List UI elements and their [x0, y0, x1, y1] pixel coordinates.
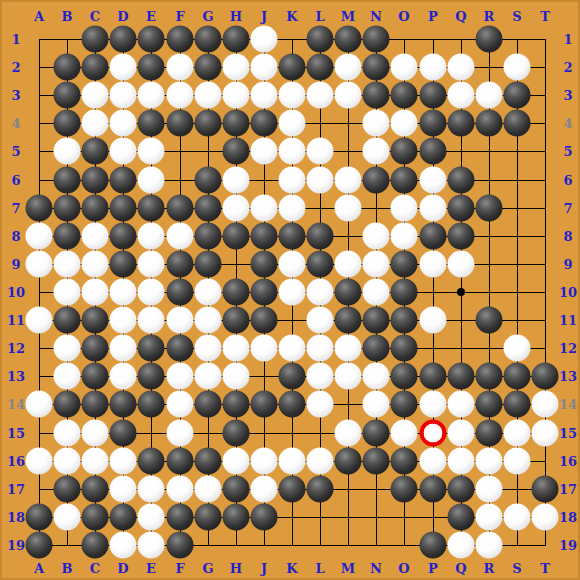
white-stone-N13[interactable]: [363, 363, 390, 390]
black-stone-R4[interactable]: [476, 110, 503, 137]
black-stone-O6[interactable]: [391, 167, 418, 194]
black-stone-M10[interactable]: [335, 279, 362, 306]
white-stone-L14[interactable]: [307, 391, 334, 418]
black-stone-G7[interactable]: [195, 195, 222, 222]
column-label-bottom-F: F: [175, 562, 184, 575]
white-stone-P7[interactable]: [420, 195, 447, 222]
black-stone-N12[interactable]: [363, 335, 390, 362]
black-stone-H10[interactable]: [223, 279, 250, 306]
column-label-top-Q: Q: [455, 10, 466, 23]
black-stone-B6[interactable]: [54, 167, 81, 194]
white-stone-A11[interactable]: [26, 307, 53, 334]
black-stone-B4[interactable]: [54, 110, 81, 137]
row-label-right-16: 16: [559, 455, 577, 468]
black-stone-G14[interactable]: [195, 391, 222, 418]
black-stone-A19[interactable]: [26, 532, 53, 559]
white-stone-M2[interactable]: [335, 54, 362, 81]
black-stone-G6[interactable]: [195, 167, 222, 194]
black-stone-B17[interactable]: [54, 476, 81, 503]
white-stone-P9[interactable]: [420, 251, 447, 278]
row-label-left-18: 18: [7, 511, 25, 524]
white-stone-K5[interactable]: [279, 138, 306, 165]
black-stone-K17[interactable]: [279, 476, 306, 503]
black-stone-G18[interactable]: [195, 504, 222, 531]
white-stone-O15[interactable]: [391, 420, 418, 447]
black-stone-F9[interactable]: [167, 251, 194, 278]
black-stone-J9[interactable]: [251, 251, 278, 278]
row-label-left-14: 14: [7, 398, 25, 411]
white-stone-L10[interactable]: [307, 279, 334, 306]
white-stone-Q19[interactable]: [448, 532, 475, 559]
black-stone-H4[interactable]: [223, 110, 250, 137]
black-stone-N2[interactable]: [363, 54, 390, 81]
black-stone-B11[interactable]: [54, 307, 81, 334]
black-stone-O16[interactable]: [391, 448, 418, 475]
white-stone-R3[interactable]: [476, 82, 503, 109]
black-stone-P19[interactable]: [420, 532, 447, 559]
black-stone-G4[interactable]: [195, 110, 222, 137]
row-label-right-9: 9: [563, 258, 572, 271]
black-stone-D1[interactable]: [110, 26, 137, 53]
black-stone-D8[interactable]: [110, 223, 137, 250]
white-stone-J16[interactable]: [251, 448, 278, 475]
white-stone-C3[interactable]: [82, 82, 109, 109]
black-stone-M11[interactable]: [335, 307, 362, 334]
white-stone-E17[interactable]: [138, 476, 165, 503]
black-stone-P5[interactable]: [420, 138, 447, 165]
black-stone-C5[interactable]: [82, 138, 109, 165]
black-stone-E12[interactable]: [138, 335, 165, 362]
black-stone-J18[interactable]: [251, 504, 278, 531]
black-stone-S13[interactable]: [504, 363, 531, 390]
black-stone-R15[interactable]: [476, 420, 503, 447]
white-stone-C8[interactable]: [82, 223, 109, 250]
white-stone-N10[interactable]: [363, 279, 390, 306]
black-stone-O13[interactable]: [391, 363, 418, 390]
row-label-right-8: 8: [563, 230, 572, 243]
white-stone-J12[interactable]: [251, 335, 278, 362]
white-stone-L12[interactable]: [307, 335, 334, 362]
black-stone-B14[interactable]: [54, 391, 81, 418]
white-stone-M15[interactable]: [335, 420, 362, 447]
black-stone-H11[interactable]: [223, 307, 250, 334]
white-stone-H16[interactable]: [223, 448, 250, 475]
white-stone-K9[interactable]: [279, 251, 306, 278]
black-stone-J8[interactable]: [251, 223, 278, 250]
black-stone-N1[interactable]: [363, 26, 390, 53]
black-stone-T13[interactable]: [532, 363, 559, 390]
white-stone-P16[interactable]: [420, 448, 447, 475]
white-stone-M6[interactable]: [335, 167, 362, 194]
black-stone-D14[interactable]: [110, 391, 137, 418]
black-stone-P17[interactable]: [420, 476, 447, 503]
black-stone-G8[interactable]: [195, 223, 222, 250]
white-stone-F2[interactable]: [167, 54, 194, 81]
white-stone-R18[interactable]: [476, 504, 503, 531]
black-stone-O5[interactable]: [391, 138, 418, 165]
row-label-left-4: 4: [11, 117, 20, 130]
black-stone-J14[interactable]: [251, 391, 278, 418]
black-stone-E14[interactable]: [138, 391, 165, 418]
row-label-right-2: 2: [563, 61, 572, 74]
white-stone-D11[interactable]: [110, 307, 137, 334]
white-stone-H6[interactable]: [223, 167, 250, 194]
white-stone-A16[interactable]: [26, 448, 53, 475]
white-stone-B10[interactable]: [54, 279, 81, 306]
white-stone-D13[interactable]: [110, 363, 137, 390]
white-stone-N4[interactable]: [363, 110, 390, 137]
white-stone-P2[interactable]: [420, 54, 447, 81]
black-stone-O17[interactable]: [391, 476, 418, 503]
white-stone-G3[interactable]: [195, 82, 222, 109]
white-stone-C4[interactable]: [82, 110, 109, 137]
black-stone-C12[interactable]: [82, 335, 109, 362]
white-stone-S15[interactable]: [504, 420, 531, 447]
white-stone-Q15[interactable]: [448, 420, 475, 447]
black-stone-Q18[interactable]: [448, 504, 475, 531]
white-stone-D3[interactable]: [110, 82, 137, 109]
black-stone-C17[interactable]: [82, 476, 109, 503]
white-stone-A8[interactable]: [26, 223, 53, 250]
black-stone-H18[interactable]: [223, 504, 250, 531]
white-stone-D2[interactable]: [110, 54, 137, 81]
black-stone-F7[interactable]: [167, 195, 194, 222]
white-stone-E11[interactable]: [138, 307, 165, 334]
black-stone-E2[interactable]: [138, 54, 165, 81]
black-stone-R1[interactable]: [476, 26, 503, 53]
white-stone-M13[interactable]: [335, 363, 362, 390]
black-stone-S4[interactable]: [504, 110, 531, 137]
black-stone-F12[interactable]: [167, 335, 194, 362]
white-stone-L3[interactable]: [307, 82, 334, 109]
row-label-left-6: 6: [11, 174, 20, 187]
black-stone-N6[interactable]: [363, 167, 390, 194]
white-stone-E6[interactable]: [138, 167, 165, 194]
white-stone-Q14[interactable]: [448, 391, 475, 418]
white-stone-A14[interactable]: [26, 391, 53, 418]
black-stone-A7[interactable]: [26, 195, 53, 222]
black-stone-L8[interactable]: [307, 223, 334, 250]
column-label-top-M: M: [341, 10, 355, 23]
black-stone-Q6[interactable]: [448, 167, 475, 194]
black-stone-G1[interactable]: [195, 26, 222, 53]
white-stone-F17[interactable]: [167, 476, 194, 503]
white-stone-M12[interactable]: [335, 335, 362, 362]
column-label-bottom-C: C: [90, 562, 100, 575]
white-stone-G12[interactable]: [195, 335, 222, 362]
white-stone-R17[interactable]: [476, 476, 503, 503]
white-stone-D16[interactable]: [110, 448, 137, 475]
white-stone-J5[interactable]: [251, 138, 278, 165]
white-stone-E9[interactable]: [138, 251, 165, 278]
white-stone-H3[interactable]: [223, 82, 250, 109]
row-label-left-5: 5: [11, 145, 20, 158]
white-stone-J17[interactable]: [251, 476, 278, 503]
black-stone-H14[interactable]: [223, 391, 250, 418]
black-stone-D7[interactable]: [110, 195, 137, 222]
column-label-bottom-G: G: [202, 562, 213, 575]
black-stone-L2[interactable]: [307, 54, 334, 81]
white-stone-B12[interactable]: [54, 335, 81, 362]
white-stone-P11[interactable]: [420, 307, 447, 334]
white-stone-F8[interactable]: [167, 223, 194, 250]
black-stone-O9[interactable]: [391, 251, 418, 278]
black-stone-H17[interactable]: [223, 476, 250, 503]
black-stone-B3[interactable]: [54, 82, 81, 109]
black-stone-P3[interactable]: [420, 82, 447, 109]
white-stone-D4[interactable]: [110, 110, 137, 137]
black-stone-F16[interactable]: [167, 448, 194, 475]
white-stone-D19[interactable]: [110, 532, 137, 559]
black-stone-E7[interactable]: [138, 195, 165, 222]
white-stone-O4[interactable]: [391, 110, 418, 137]
black-stone-C1[interactable]: [82, 26, 109, 53]
black-stone-N3[interactable]: [363, 82, 390, 109]
black-stone-E13[interactable]: [138, 363, 165, 390]
white-stone-C9[interactable]: [82, 251, 109, 278]
black-stone-P8[interactable]: [420, 223, 447, 250]
row-label-left-13: 13: [7, 370, 25, 383]
black-stone-L9[interactable]: [307, 251, 334, 278]
white-stone-B9[interactable]: [54, 251, 81, 278]
white-stone-F14[interactable]: [167, 391, 194, 418]
white-stone-D17[interactable]: [110, 476, 137, 503]
black-stone-S3[interactable]: [504, 82, 531, 109]
white-stone-B16[interactable]: [54, 448, 81, 475]
black-stone-N15[interactable]: [363, 420, 390, 447]
black-stone-F19[interactable]: [167, 532, 194, 559]
white-stone-M7[interactable]: [335, 195, 362, 222]
white-stone-B18[interactable]: [54, 504, 81, 531]
white-stone-L13[interactable]: [307, 363, 334, 390]
black-stone-D15[interactable]: [110, 420, 137, 447]
black-stone-Q17[interactable]: [448, 476, 475, 503]
white-stone-K6[interactable]: [279, 167, 306, 194]
column-label-bottom-R: R: [484, 562, 495, 575]
black-stone-C13[interactable]: [82, 363, 109, 390]
black-stone-T17[interactable]: [532, 476, 559, 503]
black-stone-P4[interactable]: [420, 110, 447, 137]
black-stone-B2[interactable]: [54, 54, 81, 81]
last-move-white-stone-P15[interactable]: [420, 420, 447, 447]
white-stone-G10[interactable]: [195, 279, 222, 306]
white-stone-M9[interactable]: [335, 251, 362, 278]
white-stone-H7[interactable]: [223, 195, 250, 222]
black-stone-G16[interactable]: [195, 448, 222, 475]
black-stone-B7[interactable]: [54, 195, 81, 222]
white-stone-S12[interactable]: [504, 335, 531, 362]
white-stone-O2[interactable]: [391, 54, 418, 81]
white-stone-G17[interactable]: [195, 476, 222, 503]
column-label-top-R: R: [484, 10, 495, 23]
white-stone-N5[interactable]: [363, 138, 390, 165]
go-board[interactable]: AABBCCDDEEFFGGHHJJKKLLMMNNOOPPQQRRSSTT11…: [0, 0, 580, 580]
white-stone-G13[interactable]: [195, 363, 222, 390]
black-stone-C2[interactable]: [82, 54, 109, 81]
white-stone-C15[interactable]: [82, 420, 109, 447]
black-stone-J4[interactable]: [251, 110, 278, 137]
white-stone-Q9[interactable]: [448, 251, 475, 278]
black-stone-S14[interactable]: [504, 391, 531, 418]
white-stone-H12[interactable]: [223, 335, 250, 362]
black-stone-D9[interactable]: [110, 251, 137, 278]
black-stone-C18[interactable]: [82, 504, 109, 531]
white-stone-P6[interactable]: [420, 167, 447, 194]
black-stone-N11[interactable]: [363, 307, 390, 334]
white-stone-O7[interactable]: [391, 195, 418, 222]
column-label-top-P: P: [428, 10, 438, 23]
black-stone-Q8[interactable]: [448, 223, 475, 250]
black-stone-Q4[interactable]: [448, 110, 475, 137]
black-stone-E1[interactable]: [138, 26, 165, 53]
column-label-bottom-N: N: [370, 562, 382, 575]
white-stone-J3[interactable]: [251, 82, 278, 109]
white-stone-N8[interactable]: [363, 223, 390, 250]
black-stone-B8[interactable]: [54, 223, 81, 250]
white-stone-H2[interactable]: [223, 54, 250, 81]
white-stone-D5[interactable]: [110, 138, 137, 165]
white-stone-D12[interactable]: [110, 335, 137, 362]
white-stone-T14[interactable]: [532, 391, 559, 418]
black-stone-R13[interactable]: [476, 363, 503, 390]
white-stone-E18[interactable]: [138, 504, 165, 531]
black-stone-K8[interactable]: [279, 223, 306, 250]
black-stone-J11[interactable]: [251, 307, 278, 334]
white-stone-Q16[interactable]: [448, 448, 475, 475]
black-stone-K14[interactable]: [279, 391, 306, 418]
black-stone-R7[interactable]: [476, 195, 503, 222]
white-stone-K12[interactable]: [279, 335, 306, 362]
white-stone-J2[interactable]: [251, 54, 278, 81]
black-stone-M1[interactable]: [335, 26, 362, 53]
black-stone-D18[interactable]: [110, 504, 137, 531]
white-stone-L16[interactable]: [307, 448, 334, 475]
black-stone-G2[interactable]: [195, 54, 222, 81]
white-stone-Q2[interactable]: [448, 54, 475, 81]
black-stone-F4[interactable]: [167, 110, 194, 137]
white-stone-J1[interactable]: [251, 26, 278, 53]
black-stone-J10[interactable]: [251, 279, 278, 306]
white-stone-K10[interactable]: [279, 279, 306, 306]
white-stone-M3[interactable]: [335, 82, 362, 109]
black-stone-A18[interactable]: [26, 504, 53, 531]
row-label-left-9: 9: [11, 258, 20, 271]
black-stone-O12[interactable]: [391, 335, 418, 362]
white-stone-S2[interactable]: [504, 54, 531, 81]
white-stone-H13[interactable]: [223, 363, 250, 390]
row-label-right-14: 14: [559, 398, 577, 411]
black-stone-L17[interactable]: [307, 476, 334, 503]
white-stone-E19[interactable]: [138, 532, 165, 559]
white-stone-N9[interactable]: [363, 251, 390, 278]
black-stone-D6[interactable]: [110, 167, 137, 194]
black-stone-R14[interactable]: [476, 391, 503, 418]
white-stone-K16[interactable]: [279, 448, 306, 475]
white-stone-G11[interactable]: [195, 307, 222, 334]
black-stone-H15[interactable]: [223, 420, 250, 447]
black-stone-F1[interactable]: [167, 26, 194, 53]
white-stone-C16[interactable]: [82, 448, 109, 475]
row-label-left-19: 19: [7, 539, 25, 552]
white-stone-F11[interactable]: [167, 307, 194, 334]
black-stone-M16[interactable]: [335, 448, 362, 475]
black-stone-L1[interactable]: [307, 26, 334, 53]
black-stone-O10[interactable]: [391, 279, 418, 306]
white-stone-B13[interactable]: [54, 363, 81, 390]
black-stone-K2[interactable]: [279, 54, 306, 81]
black-stone-O3[interactable]: [391, 82, 418, 109]
black-stone-H8[interactable]: [223, 223, 250, 250]
white-stone-Q3[interactable]: [448, 82, 475, 109]
white-stone-O8[interactable]: [391, 223, 418, 250]
white-stone-R19[interactable]: [476, 532, 503, 559]
white-stone-K4[interactable]: [279, 110, 306, 137]
white-stone-E8[interactable]: [138, 223, 165, 250]
white-stone-F15[interactable]: [167, 420, 194, 447]
white-stone-L6[interactable]: [307, 167, 334, 194]
black-stone-K13[interactable]: [279, 363, 306, 390]
black-stone-E16[interactable]: [138, 448, 165, 475]
row-label-left-16: 16: [7, 455, 25, 468]
white-stone-N14[interactable]: [363, 391, 390, 418]
white-stone-L5[interactable]: [307, 138, 334, 165]
black-stone-H5[interactable]: [223, 138, 250, 165]
white-stone-T15[interactable]: [532, 420, 559, 447]
white-stone-F3[interactable]: [167, 82, 194, 109]
white-stone-S16[interactable]: [504, 448, 531, 475]
white-stone-L11[interactable]: [307, 307, 334, 334]
black-stone-H1[interactable]: [223, 26, 250, 53]
white-stone-B15[interactable]: [54, 420, 81, 447]
black-stone-C7[interactable]: [82, 195, 109, 222]
black-stone-C11[interactable]: [82, 307, 109, 334]
black-stone-Q7[interactable]: [448, 195, 475, 222]
white-stone-B5[interactable]: [54, 138, 81, 165]
white-stone-K3[interactable]: [279, 82, 306, 109]
black-stone-F10[interactable]: [167, 279, 194, 306]
white-stone-E5[interactable]: [138, 138, 165, 165]
black-stone-P13[interactable]: [420, 363, 447, 390]
black-stone-Q13[interactable]: [448, 363, 475, 390]
black-stone-O11[interactable]: [391, 307, 418, 334]
black-stone-O14[interactable]: [391, 391, 418, 418]
black-stone-C6[interactable]: [82, 167, 109, 194]
white-stone-T18[interactable]: [532, 504, 559, 531]
column-label-bottom-M: M: [341, 562, 355, 575]
row-label-right-10: 10: [559, 286, 577, 299]
white-stone-A9[interactable]: [26, 251, 53, 278]
white-stone-E10[interactable]: [138, 279, 165, 306]
black-stone-C19[interactable]: [82, 532, 109, 559]
black-stone-E4[interactable]: [138, 110, 165, 137]
white-stone-E3[interactable]: [138, 82, 165, 109]
black-stone-F18[interactable]: [167, 504, 194, 531]
white-stone-F13[interactable]: [167, 363, 194, 390]
white-stone-S18[interactable]: [504, 504, 531, 531]
white-stone-C10[interactable]: [82, 279, 109, 306]
black-stone-G9[interactable]: [195, 251, 222, 278]
row-label-right-5: 5: [563, 145, 572, 158]
black-stone-C14[interactable]: [82, 391, 109, 418]
white-stone-J7[interactable]: [251, 195, 278, 222]
black-stone-R11[interactable]: [476, 307, 503, 334]
white-stone-D10[interactable]: [110, 279, 137, 306]
white-stone-R16[interactable]: [476, 448, 503, 475]
column-label-bottom-T: T: [540, 562, 550, 575]
white-stone-K7[interactable]: [279, 195, 306, 222]
black-stone-N16[interactable]: [363, 448, 390, 475]
white-stone-P14[interactable]: [420, 391, 447, 418]
